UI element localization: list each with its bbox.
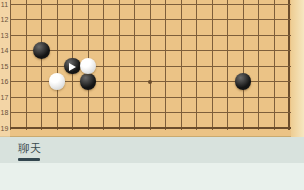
row-label: 14 — [0, 46, 9, 55]
tab-bar: 聊天 — [0, 137, 304, 163]
black-stone — [235, 73, 252, 90]
board-right-margin — [291, 0, 304, 137]
grid-line-horizontal — [10, 97, 291, 98]
grid-line-horizontal — [10, 112, 291, 113]
tab-active-underline — [18, 158, 40, 161]
tab-chat[interactable]: 聊天 — [18, 137, 42, 163]
grid-line-horizontal — [10, 127, 291, 129]
black-stone — [33, 42, 50, 59]
chat-panel — [0, 163, 304, 190]
grid-line-horizontal — [10, 66, 291, 67]
grid-line-horizontal — [10, 19, 291, 20]
grid-line-horizontal — [10, 35, 291, 36]
tab-chat-label: 聊天 — [18, 137, 42, 159]
row-label: 18 — [0, 108, 9, 117]
row-label: 15 — [0, 62, 9, 71]
last-move-marker — [69, 63, 76, 71]
row-label: 11 — [0, 0, 9, 9]
go-board[interactable]: 111213141516171819 — [0, 0, 304, 137]
row-label: 12 — [0, 15, 9, 24]
go-app-screen: 111213141516171819 聊天 — [0, 0, 304, 190]
row-label: 17 — [0, 93, 9, 102]
grid-line-horizontal — [10, 50, 291, 51]
row-label: 19 — [0, 124, 9, 133]
white-stone — [80, 58, 97, 75]
black-stone — [80, 73, 97, 90]
row-label: 16 — [0, 77, 9, 86]
grid-line-horizontal — [10, 4, 291, 5]
row-label: 13 — [0, 31, 9, 40]
white-stone — [49, 73, 66, 90]
star-point — [148, 80, 152, 84]
